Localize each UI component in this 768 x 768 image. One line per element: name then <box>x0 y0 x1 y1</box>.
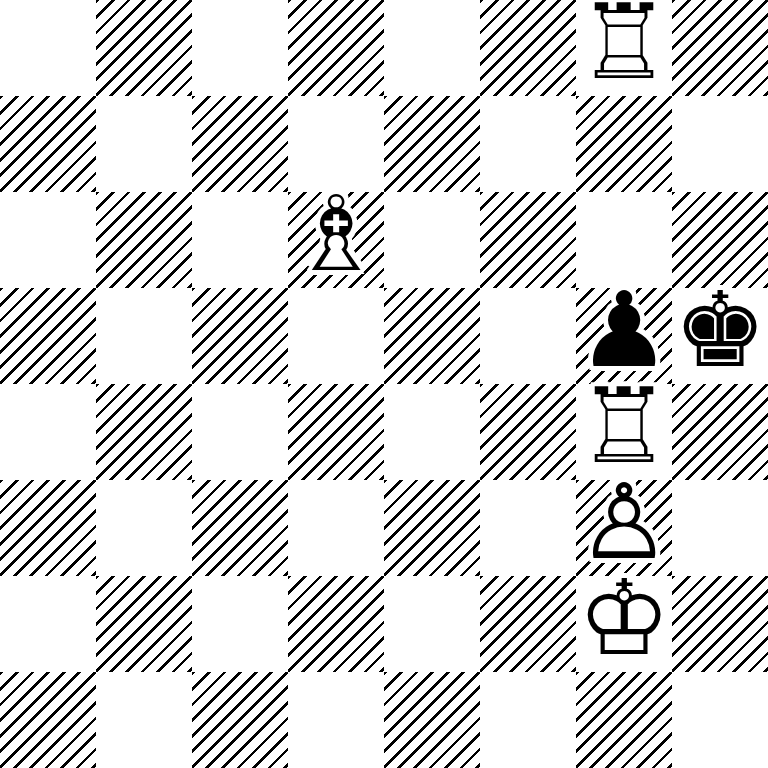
square-f6[interactable] <box>480 192 576 288</box>
square-f1[interactable] <box>480 672 576 768</box>
square-h4[interactable] <box>672 384 768 480</box>
square-g1[interactable] <box>576 672 672 768</box>
square-a4[interactable] <box>0 384 96 480</box>
square-f7[interactable] <box>480 96 576 192</box>
square-e6[interactable] <box>384 192 480 288</box>
square-d8[interactable] <box>288 0 384 96</box>
square-b8[interactable] <box>96 0 192 96</box>
square-g8[interactable]: ♜♖ <box>576 0 672 96</box>
square-c1[interactable] <box>192 672 288 768</box>
square-g2[interactable]: ♚♔ <box>576 576 672 672</box>
square-e8[interactable] <box>384 0 480 96</box>
square-h7[interactable] <box>672 96 768 192</box>
square-c4[interactable] <box>192 384 288 480</box>
square-c8[interactable] <box>192 0 288 96</box>
square-b1[interactable] <box>96 672 192 768</box>
square-c2[interactable] <box>192 576 288 672</box>
square-d5[interactable] <box>288 288 384 384</box>
black-king-piece: ♚♚ <box>672 288 768 384</box>
square-a6[interactable] <box>0 192 96 288</box>
black-pawn-icon: ♟ <box>576 282 672 378</box>
black-king-icon: ♚ <box>672 282 768 378</box>
square-e4[interactable] <box>384 384 480 480</box>
square-d1[interactable] <box>288 672 384 768</box>
white-rook-piece: ♜♖ <box>576 0 672 96</box>
square-e7[interactable] <box>384 96 480 192</box>
square-e3[interactable] <box>384 480 480 576</box>
square-d2[interactable] <box>288 576 384 672</box>
square-a3[interactable] <box>0 480 96 576</box>
white-rook-icon: ♖ <box>576 378 672 474</box>
square-f5[interactable] <box>480 288 576 384</box>
square-b4[interactable] <box>96 384 192 480</box>
chess-board: ♜♖♝♗♟♟♚♚♜♖♟♙♚♔ <box>0 0 768 768</box>
white-king-piece: ♚♔ <box>576 576 672 672</box>
square-f4[interactable] <box>480 384 576 480</box>
square-h1[interactable] <box>672 672 768 768</box>
white-rook-icon: ♖ <box>576 0 672 90</box>
square-f3[interactable] <box>480 480 576 576</box>
white-bishop-piece: ♝♗ <box>288 192 384 288</box>
square-a5[interactable] <box>0 288 96 384</box>
square-f8[interactable] <box>480 0 576 96</box>
square-e2[interactable] <box>384 576 480 672</box>
square-d6[interactable]: ♝♗ <box>288 192 384 288</box>
square-b5[interactable] <box>96 288 192 384</box>
square-b7[interactable] <box>96 96 192 192</box>
square-h5[interactable]: ♚♚ <box>672 288 768 384</box>
square-h3[interactable] <box>672 480 768 576</box>
square-a7[interactable] <box>0 96 96 192</box>
square-b3[interactable] <box>96 480 192 576</box>
square-a2[interactable] <box>0 576 96 672</box>
square-h2[interactable] <box>672 576 768 672</box>
square-c3[interactable] <box>192 480 288 576</box>
square-c5[interactable] <box>192 288 288 384</box>
square-b2[interactable] <box>96 576 192 672</box>
square-e1[interactable] <box>384 672 480 768</box>
square-a1[interactable] <box>0 672 96 768</box>
white-bishop-icon: ♗ <box>288 186 384 282</box>
white-pawn-icon: ♙ <box>576 474 672 570</box>
square-c6[interactable] <box>192 192 288 288</box>
square-d4[interactable] <box>288 384 384 480</box>
white-king-icon: ♔ <box>576 570 672 666</box>
square-g7[interactable] <box>576 96 672 192</box>
square-h8[interactable] <box>672 0 768 96</box>
square-b6[interactable] <box>96 192 192 288</box>
square-f2[interactable] <box>480 576 576 672</box>
square-c7[interactable] <box>192 96 288 192</box>
square-e5[interactable] <box>384 288 480 384</box>
square-a8[interactable] <box>0 0 96 96</box>
square-d3[interactable] <box>288 480 384 576</box>
